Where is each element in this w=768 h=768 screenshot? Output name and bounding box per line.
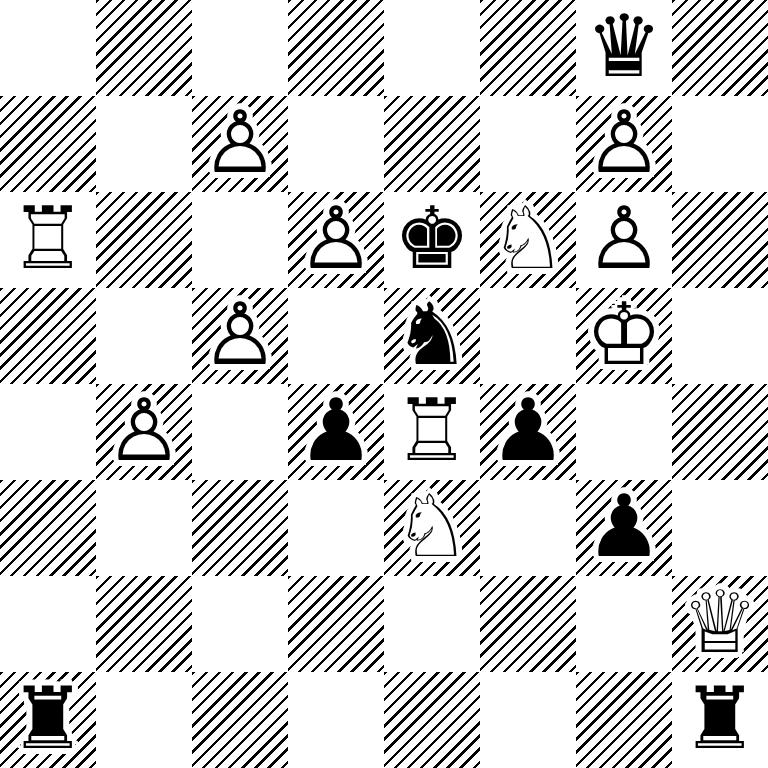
square-b5[interactable] <box>96 288 192 384</box>
square-e5[interactable]: ♞♞ <box>384 288 480 384</box>
square-g4[interactable] <box>576 384 672 480</box>
square-c6[interactable] <box>192 192 288 288</box>
square-a2[interactable] <box>0 576 96 672</box>
square-g3[interactable]: ♟♟ <box>576 480 672 576</box>
square-a7[interactable] <box>0 96 96 192</box>
square-d3[interactable] <box>288 480 384 576</box>
square-f2[interactable] <box>480 576 576 672</box>
square-a4[interactable] <box>0 384 96 480</box>
square-d7[interactable] <box>288 96 384 192</box>
square-d6[interactable]: ♟♙ <box>288 192 384 288</box>
square-a6[interactable]: ♜♖ <box>0 192 96 288</box>
square-h7[interactable] <box>672 96 768 192</box>
square-b7[interactable] <box>96 96 192 192</box>
piece-black-pawn[interactable]: ♟ <box>576 480 672 576</box>
square-h6[interactable] <box>672 192 768 288</box>
square-f3[interactable] <box>480 480 576 576</box>
square-e4[interactable]: ♜♖ <box>384 384 480 480</box>
square-a5[interactable] <box>0 288 96 384</box>
piece-black-rook[interactable]: ♜ <box>672 672 768 768</box>
piece-white-pawn[interactable]: ♙ <box>576 96 672 192</box>
square-b8[interactable] <box>96 0 192 96</box>
square-c3[interactable] <box>192 480 288 576</box>
square-f4[interactable]: ♟♟ <box>480 384 576 480</box>
square-h2[interactable]: ♛♕ <box>672 576 768 672</box>
piece-white-rook[interactable]: ♖ <box>0 192 96 288</box>
square-c2[interactable] <box>192 576 288 672</box>
piece-white-queen[interactable]: ♕ <box>672 576 768 672</box>
square-f6[interactable]: ♞♘ <box>480 192 576 288</box>
square-g5[interactable]: ♚♔ <box>576 288 672 384</box>
piece-white-pawn[interactable]: ♙ <box>96 384 192 480</box>
square-b3[interactable] <box>96 480 192 576</box>
square-e6[interactable]: ♚♚ <box>384 192 480 288</box>
piece-white-knight[interactable]: ♘ <box>384 480 480 576</box>
square-c5[interactable]: ♟♙ <box>192 288 288 384</box>
square-f8[interactable] <box>480 0 576 96</box>
piece-white-pawn[interactable]: ♙ <box>192 96 288 192</box>
piece-white-rook[interactable]: ♖ <box>384 384 480 480</box>
piece-white-pawn[interactable]: ♙ <box>288 192 384 288</box>
square-a3[interactable] <box>0 480 96 576</box>
square-b2[interactable] <box>96 576 192 672</box>
piece-black-rook[interactable]: ♜ <box>0 672 96 768</box>
square-c7[interactable]: ♟♙ <box>192 96 288 192</box>
square-h8[interactable] <box>672 0 768 96</box>
square-e7[interactable] <box>384 96 480 192</box>
square-e3[interactable]: ♞♘ <box>384 480 480 576</box>
square-e8[interactable] <box>384 0 480 96</box>
square-g1[interactable] <box>576 672 672 768</box>
square-h1[interactable]: ♜♜ <box>672 672 768 768</box>
square-c1[interactable] <box>192 672 288 768</box>
square-e1[interactable] <box>384 672 480 768</box>
square-f7[interactable] <box>480 96 576 192</box>
piece-black-pawn[interactable]: ♟ <box>480 384 576 480</box>
square-a1[interactable]: ♜♜ <box>0 672 96 768</box>
piece-black-knight[interactable]: ♞ <box>384 288 480 384</box>
square-d2[interactable] <box>288 576 384 672</box>
piece-black-king[interactable]: ♚ <box>384 192 480 288</box>
square-c4[interactable] <box>192 384 288 480</box>
square-d1[interactable] <box>288 672 384 768</box>
square-a8[interactable] <box>0 0 96 96</box>
square-d8[interactable] <box>288 0 384 96</box>
square-g8[interactable]: ♛♛ <box>576 0 672 96</box>
piece-white-pawn[interactable]: ♙ <box>576 192 672 288</box>
square-b4[interactable]: ♟♙ <box>96 384 192 480</box>
square-h4[interactable] <box>672 384 768 480</box>
square-b1[interactable] <box>96 672 192 768</box>
square-g6[interactable]: ♟♙ <box>576 192 672 288</box>
square-h5[interactable] <box>672 288 768 384</box>
square-d5[interactable] <box>288 288 384 384</box>
square-f5[interactable] <box>480 288 576 384</box>
square-e2[interactable] <box>384 576 480 672</box>
square-d4[interactable]: ♟♟ <box>288 384 384 480</box>
chess-board: ♛♛♟♙♟♙♜♖♟♙♚♚♞♘♟♙♟♙♞♞♚♔♟♙♟♟♜♖♟♟♞♘♟♟♛♕♜♜♜♜ <box>0 0 768 768</box>
square-b6[interactable] <box>96 192 192 288</box>
square-f1[interactable] <box>480 672 576 768</box>
piece-white-king[interactable]: ♔ <box>576 288 672 384</box>
piece-black-pawn[interactable]: ♟ <box>288 384 384 480</box>
piece-black-queen[interactable]: ♛ <box>576 0 672 96</box>
square-g2[interactable] <box>576 576 672 672</box>
piece-white-pawn[interactable]: ♙ <box>192 288 288 384</box>
square-g7[interactable]: ♟♙ <box>576 96 672 192</box>
square-c8[interactable] <box>192 0 288 96</box>
piece-white-knight[interactable]: ♘ <box>480 192 576 288</box>
square-h3[interactable] <box>672 480 768 576</box>
